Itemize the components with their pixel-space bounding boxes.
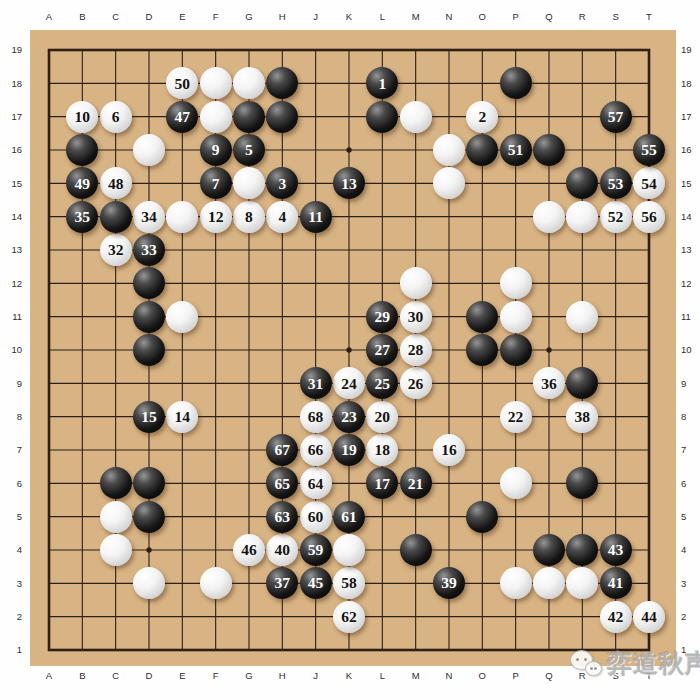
col-label-bottom-G: G (232, 670, 265, 684)
row-label-left-11: 11 (2, 300, 24, 333)
stone-Q9-move-36: 36 (533, 367, 565, 399)
stone-O17-move-2: 2 (466, 101, 498, 133)
stone-D16 (133, 134, 165, 166)
stone-R11 (566, 301, 598, 333)
stone-E8-move-14: 14 (166, 401, 198, 433)
row-label-left-12: 12 (2, 267, 24, 300)
stone-H4-move-40: 40 (266, 534, 298, 566)
stone-G14-move-8: 8 (233, 201, 265, 233)
stone-M4 (400, 534, 432, 566)
col-label-bottom-P: P (499, 670, 532, 684)
stone-H3-move-37: 37 (266, 567, 298, 599)
col-label-top-S: S (599, 11, 632, 25)
stone-P3 (500, 567, 532, 599)
col-label-top-B: B (66, 11, 99, 25)
stone-S15-move-53: 53 (600, 167, 632, 199)
stone-D6 (133, 467, 165, 499)
row-label-right-18: 18 (679, 67, 700, 100)
stone-B17-move-10: 10 (66, 101, 98, 133)
stone-K9-move-24: 24 (333, 367, 365, 399)
col-label-top-Q: Q (532, 11, 565, 25)
stone-D3 (133, 567, 165, 599)
row-label-right-12: 12 (679, 267, 700, 300)
stone-Q16 (533, 134, 565, 166)
stone-P8-move-22: 22 (500, 401, 532, 433)
stone-T16-move-55: 55 (633, 134, 665, 166)
stone-K7-move-19: 19 (333, 434, 365, 466)
stone-R4 (566, 534, 598, 566)
row-label-left-10: 10 (2, 333, 24, 366)
stone-D12 (133, 267, 165, 299)
row-label-right-10: 10 (679, 333, 700, 366)
col-label-top-J: J (299, 11, 332, 25)
stone-E14 (166, 201, 198, 233)
stone-P11 (500, 301, 532, 333)
stone-C13-move-32: 32 (100, 234, 132, 266)
stone-E17-move-47: 47 (166, 101, 198, 133)
row-label-left-5: 5 (2, 500, 24, 533)
row-label-right-19: 19 (679, 33, 700, 66)
stone-N15 (433, 167, 465, 199)
col-label-top-A: A (32, 11, 65, 25)
col-label-top-H: H (266, 11, 299, 25)
stone-F18 (200, 67, 232, 99)
row-label-left-7: 7 (2, 433, 24, 466)
row-label-right-8: 8 (679, 400, 700, 433)
stone-G4-move-46: 46 (233, 534, 265, 566)
stone-H17 (266, 101, 298, 133)
stone-M11-move-30: 30 (400, 301, 432, 333)
stone-R14 (566, 201, 598, 233)
stone-L8-move-20: 20 (366, 401, 398, 433)
stone-J14-move-11: 11 (300, 201, 332, 233)
stone-D5 (133, 501, 165, 533)
row-label-right-9: 9 (679, 367, 700, 400)
col-label-top-E: E (166, 11, 199, 25)
stone-S17-move-57: 57 (600, 101, 632, 133)
stone-D13-move-33: 33 (133, 234, 165, 266)
page: ABCDEFGHJKLMNOPQRST 19181716151413121110… (0, 0, 700, 700)
stone-H18 (266, 67, 298, 99)
row-label-right-14: 14 (679, 200, 700, 233)
stone-L18-move-1: 1 (366, 67, 398, 99)
row-label-right-7: 7 (679, 433, 700, 466)
stone-P6 (500, 467, 532, 499)
stone-O16 (466, 134, 498, 166)
stone-E11 (166, 301, 198, 333)
stone-Q4 (533, 534, 565, 566)
row-label-left-6: 6 (2, 467, 24, 500)
stone-H5-move-63: 63 (266, 501, 298, 533)
col-label-bottom-D: D (132, 670, 165, 684)
stone-T14-move-56: 56 (633, 201, 665, 233)
stone-M10-move-28: 28 (400, 334, 432, 366)
row-label-right-17: 17 (679, 100, 700, 133)
stone-Q3 (533, 567, 565, 599)
stone-P16-move-51: 51 (500, 134, 532, 166)
stone-L6-move-17: 17 (366, 467, 398, 499)
stone-O10 (466, 334, 498, 366)
stone-M12 (400, 267, 432, 299)
col-label-bottom-N: N (432, 670, 465, 684)
chat-bubble-small (585, 661, 602, 676)
stone-J6-move-64: 64 (300, 467, 332, 499)
row-label-left-16: 16 (2, 133, 24, 166)
col-label-bottom-B: B (66, 670, 99, 684)
stone-Q14 (533, 201, 565, 233)
row-labels-left: 19181716151413121110987654321 (2, 33, 24, 666)
row-label-right-11: 11 (679, 300, 700, 333)
stone-C14 (100, 201, 132, 233)
stone-B15-move-49: 49 (66, 167, 98, 199)
stone-S4-move-43: 43 (600, 534, 632, 566)
col-label-bottom-O: O (466, 670, 499, 684)
watermark-text: 弈道秋声 (607, 647, 700, 680)
stone-C15-move-48: 48 (100, 167, 132, 199)
col-label-top-F: F (199, 11, 232, 25)
stone-G17 (233, 101, 265, 133)
stone-E18-move-50: 50 (166, 67, 198, 99)
col-label-top-T: T (632, 11, 665, 25)
stone-K3-move-58: 58 (333, 567, 365, 599)
col-label-bottom-H: H (266, 670, 299, 684)
stone-B16 (66, 134, 98, 166)
wechat-icon (570, 646, 604, 680)
stone-K8-move-23: 23 (333, 401, 365, 433)
row-label-left-19: 19 (2, 33, 24, 66)
stone-K4 (333, 534, 365, 566)
stone-R9 (566, 367, 598, 399)
stone-T15-move-54: 54 (633, 167, 665, 199)
stone-C17-move-6: 6 (100, 101, 132, 133)
row-label-left-14: 14 (2, 200, 24, 233)
row-label-left-8: 8 (2, 400, 24, 433)
stone-G18 (233, 67, 265, 99)
col-label-bottom-C: C (99, 670, 132, 684)
row-label-left-1: 1 (2, 633, 24, 666)
stone-L10-move-27: 27 (366, 334, 398, 366)
stone-N3-move-39: 39 (433, 567, 465, 599)
col-label-top-R: R (566, 11, 599, 25)
row-label-right-15: 15 (679, 167, 700, 200)
stone-M9-move-26: 26 (400, 367, 432, 399)
row-label-right-3: 3 (679, 567, 700, 600)
col-label-bottom-M: M (399, 670, 432, 684)
stone-L9-move-25: 25 (366, 367, 398, 399)
stone-T2-move-44: 44 (633, 601, 665, 633)
stone-L17 (366, 101, 398, 133)
column-labels-top: ABCDEFGHJKLMNOPQRST (32, 11, 665, 25)
col-label-bottom-J: J (299, 670, 332, 684)
stone-K15-move-13: 13 (333, 167, 365, 199)
row-label-right-6: 6 (679, 467, 700, 500)
stone-J4-move-59: 59 (300, 534, 332, 566)
stone-R15 (566, 167, 598, 199)
stone-H6-move-65: 65 (266, 467, 298, 499)
stone-P12 (500, 267, 532, 299)
stone-R6 (566, 467, 598, 499)
row-label-left-2: 2 (2, 600, 24, 633)
row-label-left-9: 9 (2, 367, 24, 400)
stone-R8-move-38: 38 (566, 401, 598, 433)
stone-G16-move-5: 5 (233, 134, 265, 166)
stone-F3 (200, 567, 232, 599)
stone-F14-move-12: 12 (200, 201, 232, 233)
stone-H7-move-67: 67 (266, 434, 298, 466)
col-label-top-D: D (132, 11, 165, 25)
stone-P10 (500, 334, 532, 366)
stone-L11-move-29: 29 (366, 301, 398, 333)
row-label-left-3: 3 (2, 567, 24, 600)
col-label-top-L: L (366, 11, 399, 25)
stone-F15-move-7: 7 (200, 167, 232, 199)
stone-P18 (500, 67, 532, 99)
stone-R3 (566, 567, 598, 599)
stone-D14-move-34: 34 (133, 201, 165, 233)
col-label-bottom-Q: Q (532, 670, 565, 684)
col-label-bottom-F: F (199, 670, 232, 684)
stone-H14-move-4: 4 (266, 201, 298, 233)
stone-J5-move-60: 60 (300, 501, 332, 533)
stone-C4 (100, 534, 132, 566)
col-label-bottom-E: E (166, 670, 199, 684)
stone-S2-move-42: 42 (600, 601, 632, 633)
col-label-top-O: O (466, 11, 499, 25)
stone-O11 (466, 301, 498, 333)
stone-K2-move-62: 62 (333, 601, 365, 633)
stone-S14-move-52: 52 (600, 201, 632, 233)
row-label-left-13: 13 (2, 233, 24, 266)
stone-L7-move-18: 18 (366, 434, 398, 466)
row-label-right-5: 5 (679, 500, 700, 533)
row-label-right-2: 2 (679, 600, 700, 633)
stone-D10 (133, 334, 165, 366)
stone-D11 (133, 301, 165, 333)
stone-F17 (200, 101, 232, 133)
stone-M6-move-21: 21 (400, 467, 432, 499)
stone-G15 (233, 167, 265, 199)
stone-D8-move-15: 15 (133, 401, 165, 433)
row-label-right-4: 4 (679, 533, 700, 566)
col-label-top-C: C (99, 11, 132, 25)
stone-J3-move-45: 45 (300, 567, 332, 599)
col-label-top-K: K (332, 11, 365, 25)
col-label-top-G: G (232, 11, 265, 25)
row-label-left-17: 17 (2, 100, 24, 133)
stone-B14-move-35: 35 (66, 201, 98, 233)
stones-grid: 1234567891011121314151617181920212223242… (32, 33, 665, 666)
stone-N16 (433, 134, 465, 166)
row-label-right-16: 16 (679, 133, 700, 166)
col-label-bottom-K: K (332, 670, 365, 684)
stone-C5 (100, 501, 132, 533)
row-label-right-13: 13 (679, 233, 700, 266)
row-label-left-4: 4 (2, 533, 24, 566)
row-label-left-18: 18 (2, 67, 24, 100)
col-label-bottom-A: A (32, 670, 65, 684)
stone-J7-move-66: 66 (300, 434, 332, 466)
stone-F16-move-9: 9 (200, 134, 232, 166)
stone-C6 (100, 467, 132, 499)
stone-J8-move-68: 68 (300, 401, 332, 433)
go-board: 1234567891011121314151617181920212223242… (30, 30, 676, 666)
col-label-top-P: P (499, 11, 532, 25)
col-label-top-N: N (432, 11, 465, 25)
col-label-top-M: M (399, 11, 432, 25)
watermark: 弈道秋声 (570, 646, 700, 680)
stone-H15-move-3: 3 (266, 167, 298, 199)
stone-J9-move-31: 31 (300, 367, 332, 399)
stone-M17 (400, 101, 432, 133)
stone-N7-move-16: 16 (433, 434, 465, 466)
stone-O5 (466, 501, 498, 533)
row-label-left-15: 15 (2, 167, 24, 200)
stone-K5-move-61: 61 (333, 501, 365, 533)
row-labels-right: 19181716151413121110987654321 (679, 33, 700, 666)
stone-S3-move-41: 41 (600, 567, 632, 599)
col-label-bottom-L: L (366, 670, 399, 684)
